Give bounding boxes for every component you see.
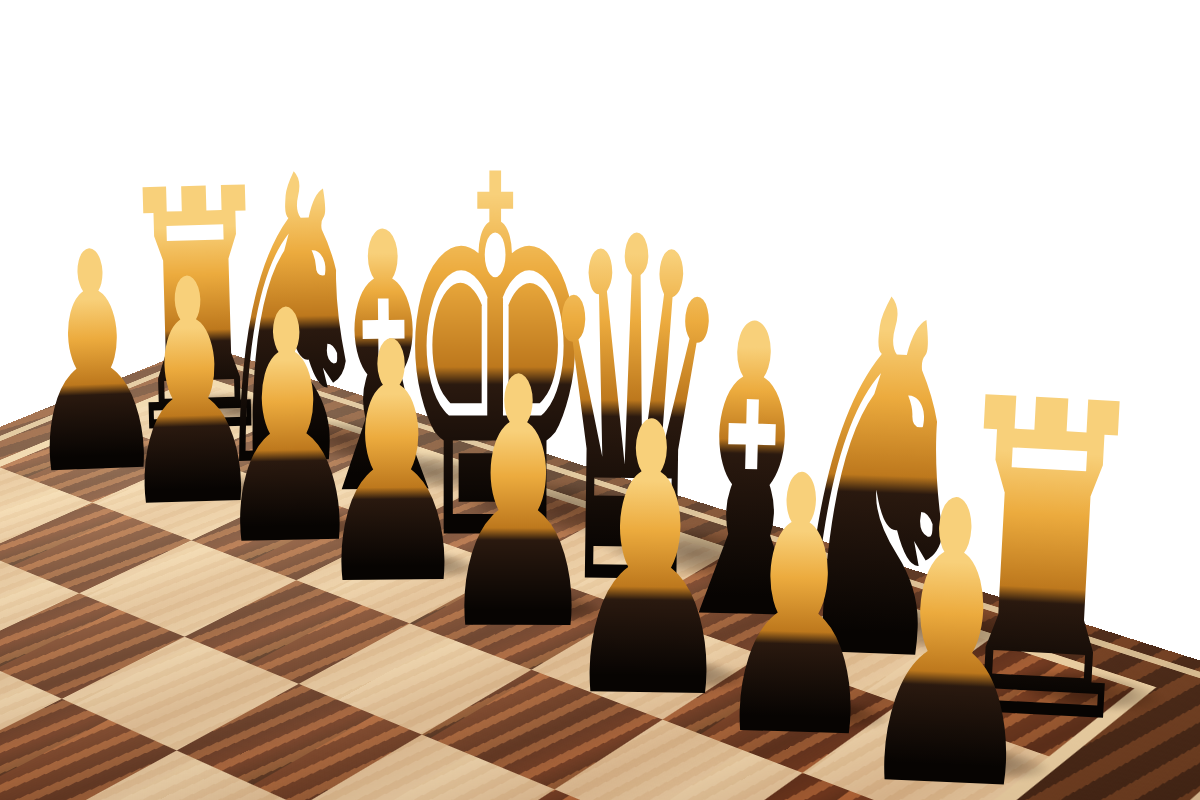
chess-photo-stage: ♜♞♟♝♟♚♟♛♟♝♟♞♟♜♟♟ xyxy=(0,0,1200,800)
pieces-layer: ♜♞♟♝♟♚♟♛♟♝♟♞♟♜♟♟ xyxy=(0,0,1200,800)
piece-white-pawn: ♟ xyxy=(851,449,1050,800)
